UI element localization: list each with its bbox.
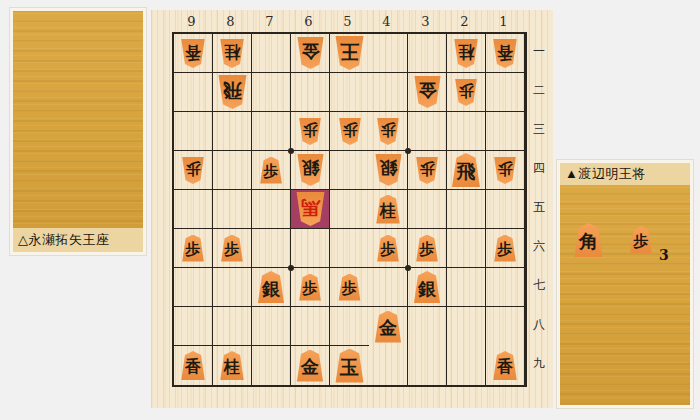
shogi-piece: 歩 (181, 235, 205, 262)
board-cell: 金 (408, 73, 447, 112)
shogi-piece: 歩 (298, 274, 322, 301)
board-cell (252, 307, 291, 346)
file-label: 5 (328, 14, 367, 29)
board-cell: 銀 (369, 151, 408, 190)
rank-label: 八 (531, 305, 547, 344)
board-cell: 銀 (252, 268, 291, 307)
shogi-piece: 金 (296, 37, 325, 69)
sente-hand-area: 角歩3 (560, 185, 690, 405)
rank-label: 二 (531, 71, 547, 110)
board-cell (330, 190, 369, 229)
board-cell (174, 268, 213, 307)
board-cell (369, 346, 408, 385)
rank-label: 九 (531, 344, 547, 383)
board-cell: 馬 (291, 190, 330, 229)
star-point (288, 148, 294, 154)
board-cell: 香 (486, 346, 525, 385)
shogi-piece: 歩 (298, 118, 322, 145)
shogi-piece: 銀 (413, 271, 442, 303)
hand-piece: 歩 (629, 226, 653, 253)
board-cell (486, 268, 525, 307)
shogi-piece: 香 (180, 351, 206, 380)
board-cell (408, 346, 447, 385)
board-grid: 香桂金王桂香飛金歩歩歩歩歩歩銀銀歩飛歩馬桂歩歩歩歩歩銀歩歩銀金香桂金玉香 (172, 32, 527, 387)
shogi-board: 987654321 一二三四五六七八九 香桂金王桂香飛金歩歩歩歩歩歩銀銀歩飛歩馬… (151, 10, 553, 408)
board-cell (408, 190, 447, 229)
board-cell: 歩 (408, 229, 447, 268)
board-cell: 桂 (369, 190, 408, 229)
star-point (405, 148, 411, 154)
file-label: 1 (484, 14, 523, 29)
shogi-piece: 王 (334, 36, 365, 70)
board-cell (408, 112, 447, 151)
file-label: 7 (250, 14, 289, 29)
shogi-piece: 歩 (338, 118, 362, 145)
hand-piece: 角 (573, 223, 604, 257)
shogi-piece: 玉 (334, 349, 365, 383)
board-cell (447, 307, 486, 346)
board-cell (213, 268, 252, 307)
board-cell: 歩 (291, 268, 330, 307)
board-cell (486, 73, 525, 112)
board-cell (252, 190, 291, 229)
board-cell (369, 268, 408, 307)
file-label: 6 (289, 14, 328, 29)
file-label: 8 (211, 14, 250, 29)
shogi-piece: 歩 (454, 79, 478, 106)
star-point (405, 265, 411, 271)
board-cell (330, 307, 369, 346)
board-cell (447, 112, 486, 151)
board-cell (408, 34, 447, 73)
board-cell: 金 (291, 34, 330, 73)
board-cell (447, 268, 486, 307)
shogi-piece: 歩 (338, 274, 362, 301)
board-cell: 香 (174, 34, 213, 73)
board-cell (174, 112, 213, 151)
board-cell: 桂 (213, 34, 252, 73)
board-cell: 桂 (447, 34, 486, 73)
board-cell: 桂 (213, 346, 252, 385)
board-cell (252, 346, 291, 385)
board-cell: 歩 (252, 151, 291, 190)
file-label: 3 (406, 14, 445, 29)
shogi-piece: 歩 (376, 235, 400, 262)
shogi-piece: 歩 (415, 157, 439, 184)
shogi-piece: 馬 (295, 192, 326, 226)
board-cell: 歩 (486, 151, 525, 190)
rank-label: 四 (531, 149, 547, 188)
board-cell: 香 (174, 346, 213, 385)
board-cell: 歩 (486, 229, 525, 268)
board-cell: 銀 (291, 151, 330, 190)
board-cell (408, 307, 447, 346)
board-cell (291, 307, 330, 346)
board-cell (486, 190, 525, 229)
board-cell: 歩 (291, 112, 330, 151)
rank-labels: 一二三四五六七八九 (531, 32, 547, 383)
board-cell: 歩 (408, 151, 447, 190)
board-cell (213, 151, 252, 190)
board-cell (447, 190, 486, 229)
shogi-piece: 銀 (257, 271, 286, 303)
hand-piece-count: 3 (659, 247, 669, 263)
board-cell (330, 229, 369, 268)
shogi-piece: 飛 (217, 75, 248, 109)
gote-player-label: △永瀬拓矢王座 (13, 228, 143, 252)
board-cell (213, 307, 252, 346)
board-cell: 歩 (174, 151, 213, 190)
file-label: 4 (367, 14, 406, 29)
board-cell: 歩 (213, 229, 252, 268)
file-labels: 987654321 (172, 14, 523, 29)
rank-label: 七 (531, 266, 547, 305)
board-cell (291, 229, 330, 268)
shogi-diagram: △永瀬拓矢王座 987654321 一二三四五六七八九 香桂金王桂香飛金歩歩歩歩… (0, 0, 700, 420)
board-cell: 飛 (447, 151, 486, 190)
shogi-piece: 桂 (453, 39, 479, 68)
board-cell (252, 229, 291, 268)
rank-label: 六 (531, 227, 547, 266)
shogi-piece: 歩 (259, 157, 283, 184)
shogi-piece: 銀 (296, 154, 325, 186)
rank-label: 五 (531, 188, 547, 227)
board-cell (330, 73, 369, 112)
board-cell: 銀 (408, 268, 447, 307)
sente-player-label: ▲渡辺明王将 (560, 163, 690, 185)
board-cell (174, 190, 213, 229)
board-cell: 歩 (447, 73, 486, 112)
shogi-piece: 歩 (376, 118, 400, 145)
board-cell (447, 229, 486, 268)
board-cell: 歩 (174, 229, 213, 268)
star-point (288, 265, 294, 271)
shogi-piece: 香 (180, 39, 206, 68)
board-cell (447, 346, 486, 385)
shogi-piece: 香 (492, 39, 518, 68)
shogi-piece: 歩 (493, 157, 517, 184)
board-cell (213, 190, 252, 229)
board-cell (174, 73, 213, 112)
rank-label: 三 (531, 110, 547, 149)
file-label: 2 (445, 14, 484, 29)
shogi-piece: 桂 (375, 195, 401, 224)
board-cell (213, 112, 252, 151)
board-cell: 金 (291, 346, 330, 385)
board-cell (291, 73, 330, 112)
board-cell: 歩 (369, 112, 408, 151)
gote-komadai: △永瀬拓矢王座 (10, 8, 146, 255)
shogi-piece: 銀 (374, 154, 403, 186)
shogi-piece: 金 (413, 76, 442, 108)
board-cell: 金 (369, 307, 408, 346)
board-cell (369, 34, 408, 73)
sente-komadai: ▲渡辺明王将 角歩3 (557, 160, 693, 408)
board-cell (486, 307, 525, 346)
shogi-piece: 桂 (219, 351, 245, 380)
board-cell: 王 (330, 34, 369, 73)
shogi-piece: 香 (492, 351, 518, 380)
board-cell (369, 73, 408, 112)
shogi-piece: 桂 (219, 39, 245, 68)
rank-label: 一 (531, 32, 547, 71)
shogi-piece: 飛 (451, 153, 482, 187)
shogi-piece: 歩 (220, 235, 244, 262)
file-label: 9 (172, 14, 211, 29)
board-cell (252, 73, 291, 112)
shogi-piece: 歩 (493, 235, 517, 262)
board-cell: 歩 (330, 112, 369, 151)
board-cell (252, 34, 291, 73)
board-cell: 歩 (330, 268, 369, 307)
board-cell (330, 151, 369, 190)
board-cell: 歩 (369, 229, 408, 268)
board-cell (174, 307, 213, 346)
shogi-piece: 歩 (415, 235, 439, 262)
board-cell (252, 112, 291, 151)
shogi-piece: 金 (374, 311, 403, 343)
board-cell: 飛 (213, 73, 252, 112)
shogi-piece: 歩 (181, 157, 205, 184)
board-cell: 香 (486, 34, 525, 73)
board-cell (486, 112, 525, 151)
shogi-piece: 金 (296, 350, 325, 382)
board-cell: 玉 (330, 346, 369, 385)
